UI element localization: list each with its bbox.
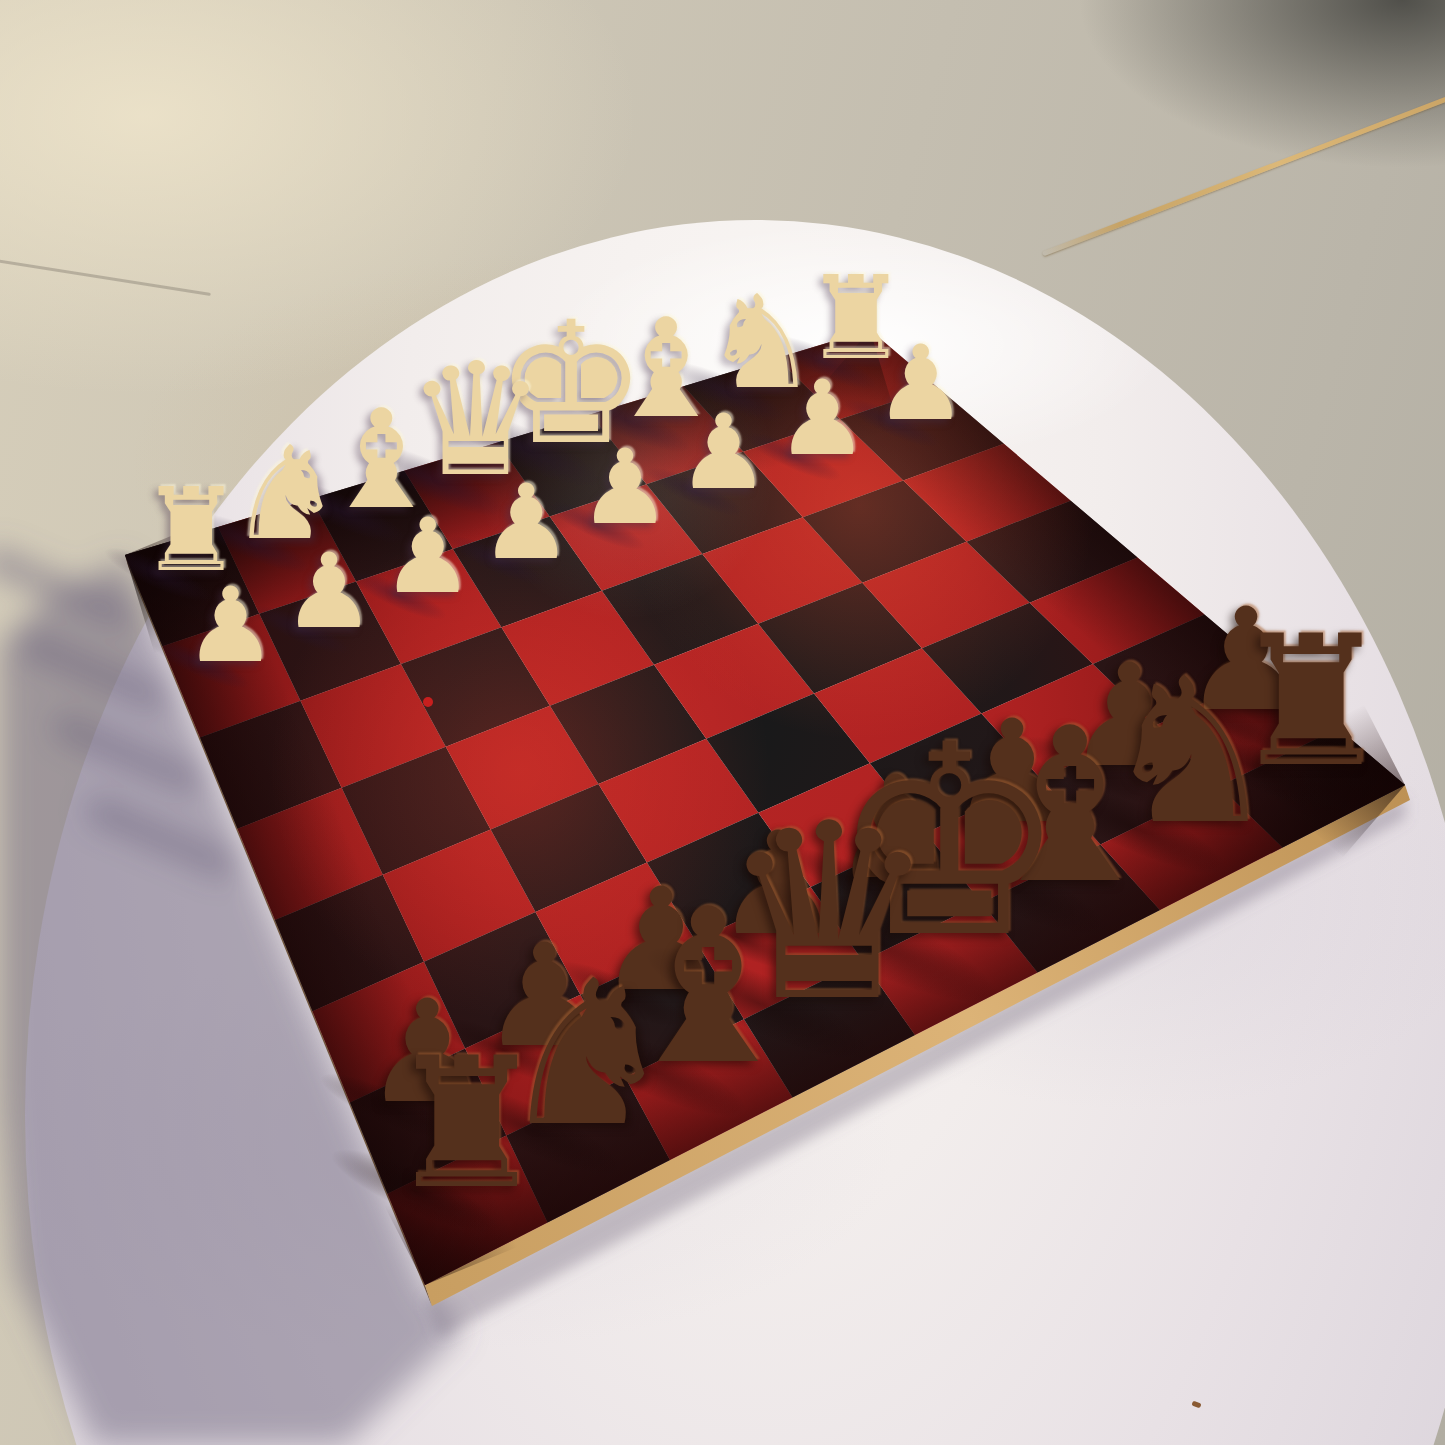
piece-glyph: ♟	[381, 507, 474, 605]
piece-glyph: ♜	[386, 1038, 547, 1209]
white-pawn-h2: ♟	[875, 334, 968, 432]
piece-glyph: ♟	[184, 576, 277, 674]
piece-glyph: ♟	[776, 369, 869, 467]
black-rook-a8: ♜	[386, 1038, 547, 1209]
scene-photo: ♜♞♝♛♚♝♞♜♟♟♟♟♟♟♟♟♟♟♟♟♟♟♟♟♜♞♝♛♚♝♞♜	[0, 0, 1445, 1445]
piece-glyph: ♟	[875, 334, 968, 432]
piece-glyph: ♟	[283, 542, 376, 640]
white-pawn-e2: ♟	[579, 438, 672, 536]
piece-glyph: ♟	[480, 473, 573, 571]
white-pawn-d2: ♟	[480, 473, 573, 571]
white-pawn-c2: ♟	[381, 507, 474, 605]
white-pawn-g2: ♟	[776, 369, 869, 467]
piece-glyph: ♟	[677, 403, 770, 501]
white-pawn-b2: ♟	[283, 542, 376, 640]
pieces-layer: ♜♞♝♛♚♝♞♜♟♟♟♟♟♟♟♟♟♟♟♟♟♟♟♟♜♞♝♛♚♝♞♜	[0, 0, 1445, 1445]
white-pawn-a2: ♟	[184, 576, 277, 674]
white-pawn-f2: ♟	[677, 403, 770, 501]
piece-glyph: ♟	[579, 438, 672, 536]
